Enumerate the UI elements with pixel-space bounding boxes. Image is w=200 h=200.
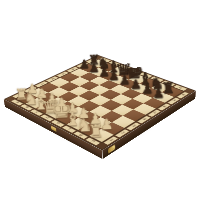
scene: abcdefgh abcdefgh 87654321 87654321 ♜♞♝♛…	[0, 0, 200, 200]
product-image[interactable]: abcdefgh abcdefgh 87654321 87654321 ♜♞♝♛…	[0, 0, 200, 200]
